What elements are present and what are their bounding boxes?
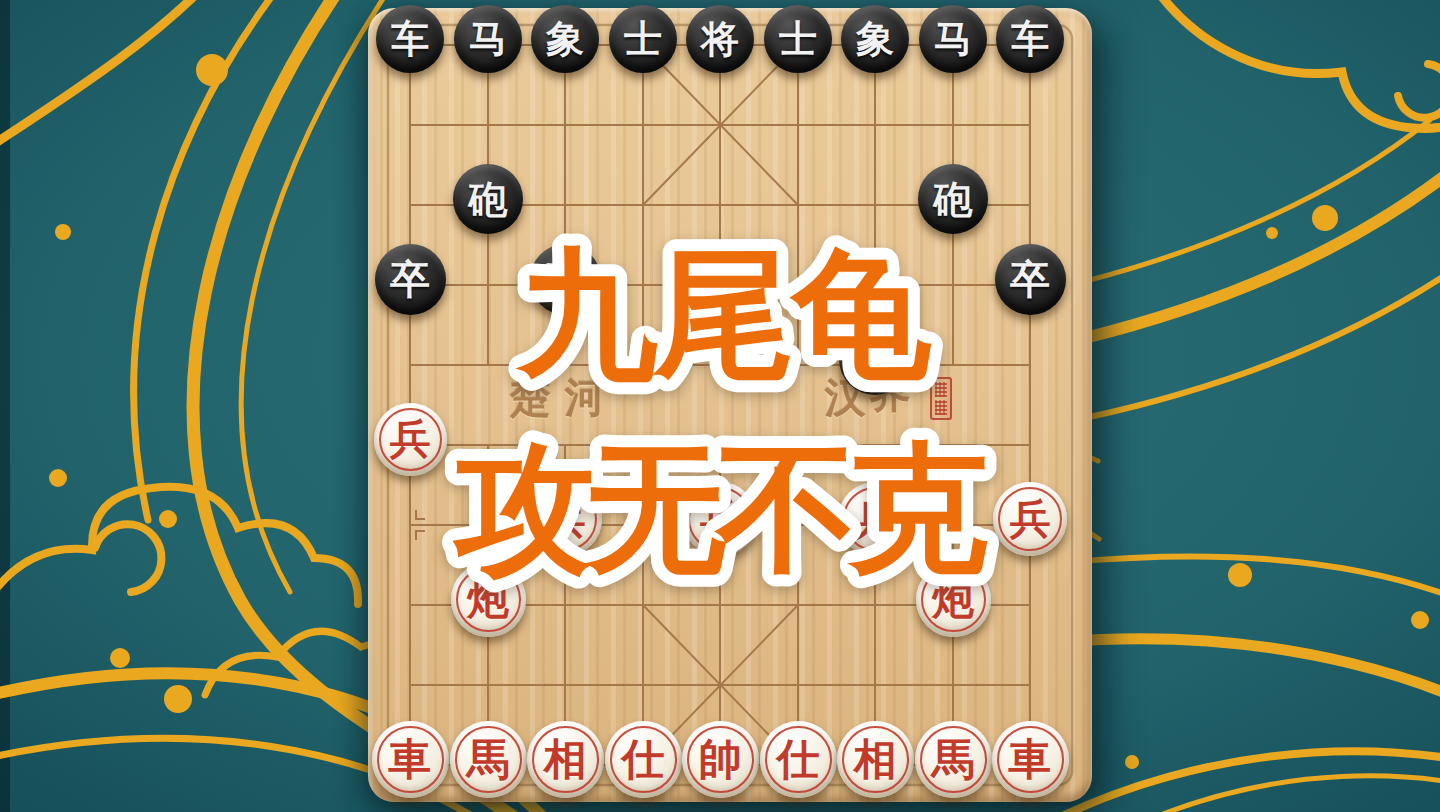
piece-glyph: 馬 [467,738,510,781]
piece-glyph: 车 [1011,20,1049,58]
piece-glyph: 士 [624,20,662,58]
piece-glyph: 士 [779,20,817,58]
piece-black-elephant[interactable]: 象 [531,5,599,73]
piece-glyph: 仕 [622,738,665,781]
piece-glyph: 马 [934,20,972,58]
piece-black-general[interactable]: 将 [686,5,754,73]
piece-black-rook[interactable]: 车 [996,5,1064,73]
piece-glyph: 砲 [934,180,973,219]
piece-black-advisor[interactable]: 士 [764,5,832,73]
piece-glyph: 車 [1009,738,1052,781]
piece-glyph: 象 [546,20,584,58]
piece-glyph: 马 [469,20,507,58]
piece-red-general[interactable]: 帥 [682,721,759,798]
piece-black-horse[interactable]: 马 [919,5,987,73]
piece-glyph: 相 [544,738,587,781]
piece-red-advisor[interactable]: 仕 [605,721,682,798]
piece-black-horse[interactable]: 马 [454,5,522,73]
piece-red-elephant[interactable]: 相 [527,721,604,798]
piece-glyph: 帥 [699,738,742,781]
screenshot-stage: { "game": "xiangqi", "position": { "fen"… [0,0,1440,812]
title-line-2: 攻无不克 [452,430,988,587]
piece-red-rook[interactable]: 車 [992,721,1069,798]
piece-glyph: 馬 [932,738,975,781]
piece-glyph: 仕 [777,738,820,781]
piece-glyph: 相 [854,738,897,781]
piece-red-rook[interactable]: 車 [372,721,449,798]
piece-glyph: 砲 [469,180,508,219]
title-line-1: 九尾龟 [515,236,932,393]
piece-red-horse[interactable]: 馬 [915,721,992,798]
piece-red-horse[interactable]: 馬 [450,721,527,798]
piece-red-advisor[interactable]: 仕 [760,721,837,798]
piece-red-elephant[interactable]: 相 [837,721,914,798]
piece-black-rook[interactable]: 车 [376,5,444,73]
piece-black-advisor[interactable]: 士 [609,5,677,73]
piece-glyph: 将 [701,20,739,58]
piece-glyph: 车 [391,20,429,58]
title-overlay: 九尾龟 攻无不克 [368,215,1068,615]
piece-glyph: 車 [389,738,432,781]
piece-glyph: 象 [856,20,894,58]
piece-black-elephant[interactable]: 象 [841,5,909,73]
